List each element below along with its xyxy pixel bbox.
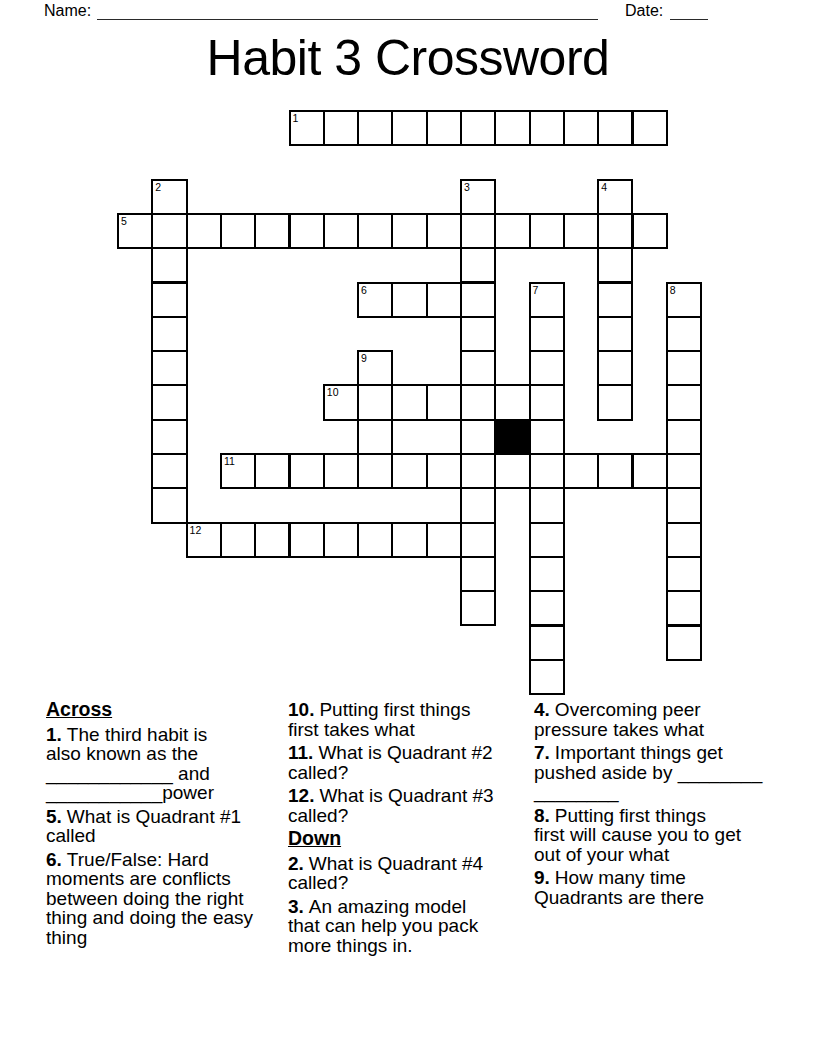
clue-number: 9 [361,352,367,364]
grid-cell[interactable] [426,522,462,558]
clue-item-text: True/False: Hard moments are conflicts b… [46,849,253,948]
grid-cell[interactable] [597,453,633,489]
grid-cell[interactable] [597,316,633,352]
clue-item: 1.The third habit is also known as the _… [46,725,253,803]
grid-cell[interactable] [460,316,496,352]
grid-cell[interactable]: 12 [186,522,222,558]
grid-cell[interactable] [460,213,496,249]
grid-cell[interactable] [357,110,393,146]
clue-item-number: 8. [534,805,550,826]
clue-list-header: Across [46,700,253,720]
grid-cell[interactable] [460,282,496,318]
clue-item: 6.True/False: Hard moments are conflicts… [46,850,253,948]
date-fill-line [670,19,708,20]
grid-cell[interactable]: 6 [357,282,393,318]
grid-cell[interactable] [494,453,530,489]
grid-cell[interactable] [529,659,565,695]
grid-cell[interactable] [529,316,565,352]
grid-cell[interactable] [666,316,702,352]
black-cell [494,419,530,455]
grid-cell[interactable] [357,213,393,249]
grid-cell[interactable] [460,110,496,146]
grid-cell[interactable]: 7 [529,282,565,318]
grid-cell[interactable] [391,110,427,146]
clue-item-number: 7. [534,742,550,763]
grid-cell[interactable] [426,384,462,420]
grid-cell[interactable] [597,350,633,386]
grid-cell[interactable] [460,247,496,283]
grid-cell[interactable] [563,453,599,489]
clue-item-text: The third habit is also known as the ___… [46,724,214,804]
grid-cell[interactable] [151,487,187,523]
grid-cell[interactable] [666,350,702,386]
grid-cell[interactable] [666,522,702,558]
clue-number: 8 [670,284,676,296]
clue-item: 3.An amazing model that can help you pac… [288,897,494,956]
grid-cell[interactable] [529,384,565,420]
grid-cell[interactable] [186,213,222,249]
clue-item: 7.Important things get pushed aside by _… [534,743,762,802]
grid-cell[interactable] [529,110,565,146]
grid-cell[interactable] [529,590,565,626]
clue-number: 7 [533,284,539,296]
grid-cell[interactable] [220,213,256,249]
grid-cell[interactable] [666,419,702,455]
clue-item-text: Putting first things first will cause yo… [534,805,741,865]
grid-cell[interactable] [529,487,565,523]
grid-cell[interactable]: 8 [666,282,702,318]
grid-cell[interactable] [323,522,359,558]
clue-item-number: 12. [288,785,314,806]
clue-item: 9.How many time Quadrants are there [534,868,762,907]
clue-item-number: 5. [46,806,62,827]
grid-cell[interactable] [529,522,565,558]
clue-item: 10.Putting first things first takes what [288,700,494,739]
grid-cell[interactable] [220,522,256,558]
clue-item-number: 6. [46,849,62,870]
grid-cell[interactable] [357,453,393,489]
grid-cell[interactable] [426,110,462,146]
clue-number: 2 [155,181,161,193]
grid-cell[interactable]: 3 [460,179,496,215]
clue-item: 11.What is Quadrant #2 called? [288,743,494,782]
clue-item-text: What is Quadrant #4 called? [288,853,483,894]
grid-cell[interactable] [289,453,325,489]
grid-cell[interactable] [529,556,565,592]
grid-cell[interactable] [391,522,427,558]
grid-cell[interactable] [597,384,633,420]
grid-cell[interactable] [151,247,187,283]
grid-cell[interactable] [254,522,290,558]
name-fill-line [97,19,598,20]
clue-item: 4.Overcoming peer pressure takes what [534,700,762,739]
grid-cell[interactable] [529,350,565,386]
grid-cell[interactable] [666,487,702,523]
clue-item: 8.Putting first things first will cause … [534,806,762,865]
grid-cell[interactable] [494,110,530,146]
grid-cell[interactable] [460,384,496,420]
page-title: Habit 3 Crossword [0,30,816,86]
grid-cell[interactable] [666,384,702,420]
grid-cell[interactable] [529,213,565,249]
grid-cell[interactable] [494,384,530,420]
clue-item-text: What is Quadrant #3 called? [288,785,494,826]
grid-cell[interactable] [254,453,290,489]
grid-cell[interactable]: 4 [597,179,633,215]
grid-cell[interactable] [357,419,393,455]
clue-column: 4.Overcoming peer pressure takes what7.I… [534,700,762,911]
grid-cell[interactable]: 10 [323,384,359,420]
grid-cell[interactable] [632,110,668,146]
clue-item-text: What is Quadrant #2 called? [288,742,493,783]
grid-cell[interactable] [426,282,462,318]
clue-item-text: Important things get pushed aside by ___… [534,742,762,802]
grid-cell[interactable] [460,453,496,489]
grid-cell[interactable] [597,247,633,283]
grid-cell[interactable] [563,213,599,249]
grid-cell[interactable] [460,590,496,626]
grid-cell[interactable] [391,213,427,249]
grid-cell[interactable] [666,453,702,489]
clue-number: 1 [293,112,299,124]
grid-cell[interactable] [494,213,530,249]
clue-item-number: 4. [534,699,550,720]
clue-item-text: An amazing model that can help you pack … [288,896,478,956]
clue-item-number: 2. [288,853,304,874]
grid-cell[interactable] [666,590,702,626]
grid-cell[interactable]: 2 [151,179,187,215]
grid-cell[interactable] [426,213,462,249]
grid-cell[interactable] [563,110,599,146]
clue-item: 12.What is Quadrant #3 called? [288,786,494,825]
crossword-grid: 123456789101112 [117,110,705,698]
name-label: Name: [44,2,91,20]
clue-item-number: 3. [288,896,304,917]
grid-cell[interactable] [460,522,496,558]
grid-cell[interactable] [323,453,359,489]
grid-cell[interactable]: 11 [220,453,256,489]
clue-item-text: Putting first things first takes what [288,699,470,740]
clue-item-number: 1. [46,724,62,745]
grid-cell[interactable] [597,282,633,318]
grid-cell[interactable] [632,213,668,249]
grid-cell[interactable] [597,213,633,249]
grid-cell[interactable] [391,384,427,420]
clue-column: Across1.The third habit is also known as… [46,700,253,951]
clue-item-number: 10. [288,699,314,720]
grid-cell[interactable] [391,453,427,489]
grid-cell[interactable] [289,522,325,558]
grid-cell[interactable] [426,453,462,489]
grid-cell[interactable] [597,110,633,146]
grid-cell[interactable] [254,213,290,249]
grid-cell[interactable] [151,350,187,386]
clue-item-number: 9. [534,867,550,888]
grid-cell[interactable] [151,213,187,249]
date-label: Date: [625,2,663,20]
grid-cell[interactable] [529,625,565,661]
grid-cell[interactable] [460,487,496,523]
grid-cell[interactable] [460,419,496,455]
grid-cell[interactable] [357,384,393,420]
clue-number: 10 [327,386,339,398]
clue-number: 12 [190,524,202,536]
clue-number: 11 [224,455,235,467]
grid-cell[interactable] [529,453,565,489]
clue-number: 4 [601,181,607,193]
grid-cell[interactable] [151,316,187,352]
grid-cell[interactable] [151,282,187,318]
grid-cell[interactable] [391,282,427,318]
grid-cell[interactable] [460,350,496,386]
grid-cell[interactable] [151,453,187,489]
grid-cell[interactable] [529,419,565,455]
grid-cell[interactable] [460,556,496,592]
grid-cell[interactable]: 1 [289,110,325,146]
grid-cell[interactable] [357,522,393,558]
grid-cell[interactable] [666,625,702,661]
grid-cell[interactable]: 9 [357,350,393,386]
grid-cell[interactable] [151,419,187,455]
clue-number: 5 [121,215,127,227]
page: { "header": { "name_label": "Name:", "da… [0,0,816,1056]
grid-cell[interactable] [323,213,359,249]
grid-cell[interactable] [666,556,702,592]
clue-column: 10.Putting first things first takes what… [288,700,494,959]
clue-item-number: 11. [288,742,313,763]
clue-item-text: How many time Quadrants are there [534,867,704,908]
clue-item-text: Overcoming peer pressure takes what [534,699,704,740]
clue-number: 6 [361,284,367,296]
grid-cell[interactable] [323,110,359,146]
clue-item: 2.What is Quadrant #4 called? [288,854,494,893]
clue-list-header: Down [288,829,494,849]
clue-number: 3 [464,181,470,193]
clue-item: 5.What is Quadrant #1 called [46,807,253,846]
clue-item-text: What is Quadrant #1 called [46,806,241,847]
grid-cell[interactable]: 5 [117,213,153,249]
grid-cell[interactable] [151,384,187,420]
grid-cell[interactable] [289,213,325,249]
grid-cell[interactable] [632,453,668,489]
